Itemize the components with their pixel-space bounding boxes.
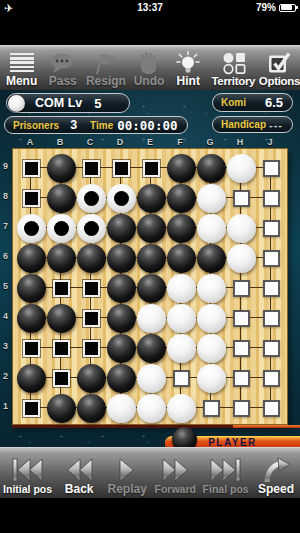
point-E1[interactable] (136, 393, 166, 423)
col-label-A: A (23, 137, 37, 147)
point-B1[interactable] (46, 393, 76, 423)
row-label-1: 1 (0, 401, 11, 411)
point-A5[interactable] (16, 273, 46, 303)
black-stone (77, 394, 106, 423)
point-J9[interactable] (256, 153, 286, 183)
black-territory-marker (23, 400, 40, 417)
black-stone (167, 154, 196, 183)
black-territory-marker (23, 160, 40, 177)
point-A3[interactable] (16, 333, 46, 363)
game-area: COM Lv 5 Komi 6.5 Prisoners 3 Time 00:00… (0, 90, 300, 447)
row-label-3: 3 (0, 341, 11, 351)
prisoners-value: 3 (70, 118, 77, 132)
point-A1[interactable] (16, 393, 46, 423)
black-territory-marker (53, 370, 70, 387)
col-label-J: J (263, 137, 277, 147)
black-stone (197, 154, 226, 183)
col-label-C: C (83, 137, 97, 147)
top-toolbar: Menu Pass Resign Undo (0, 45, 300, 90)
black-stone (17, 304, 46, 333)
options-button[interactable]: Options (259, 46, 300, 90)
status-bar: ✈ 13:37 79% (0, 0, 300, 15)
white-territory-marker (263, 160, 280, 177)
point-C1[interactable] (76, 393, 106, 423)
point-B2[interactable] (46, 363, 76, 393)
point-C5[interactable] (76, 273, 106, 303)
point-E3[interactable] (136, 333, 166, 363)
point-F6[interactable] (166, 243, 196, 273)
dead-white-stone (107, 184, 136, 213)
white-stone (167, 394, 196, 423)
komi-value: 6.5 (265, 95, 283, 110)
clock: 13:37 (84, 2, 216, 13)
black-territory-marker (83, 340, 100, 357)
point-J8[interactable] (256, 183, 286, 213)
black-stone (167, 184, 196, 213)
point-B3[interactable] (46, 333, 76, 363)
point-C3[interactable] (76, 333, 106, 363)
col-label-D: D (113, 137, 127, 147)
app-screen: ✈ 13:37 79% Menu Pass (0, 0, 300, 533)
point-G6[interactable] (196, 243, 226, 273)
black-stone (107, 364, 136, 393)
white-territory-marker (233, 280, 250, 297)
handicap-pill: Handicap --- (212, 116, 293, 133)
black-territory-marker (53, 340, 70, 357)
point-H1[interactable] (226, 393, 256, 423)
row-label-5: 5 (0, 281, 11, 291)
point-D5[interactable] (106, 273, 136, 303)
white-territory-marker (263, 400, 280, 417)
black-territory-marker (113, 160, 130, 177)
point-A9[interactable] (16, 153, 46, 183)
speed-button[interactable]: Speed (252, 448, 300, 498)
white-stone (167, 274, 196, 303)
point-A6[interactable] (16, 243, 46, 273)
white-stone (227, 244, 256, 273)
dead-marker (54, 221, 69, 236)
dead-marker (84, 221, 99, 236)
black-stone-turn-icon (172, 427, 197, 447)
point-J2[interactable] (256, 363, 286, 393)
play-icon (117, 448, 137, 483)
time-label: Time (90, 120, 113, 131)
black-territory-marker (23, 190, 40, 207)
white-stone (167, 334, 196, 363)
point-D3[interactable] (106, 333, 136, 363)
point-G7[interactable] (196, 213, 226, 243)
player-level: 5 (94, 96, 101, 111)
white-stone (167, 304, 196, 333)
point-F9[interactable] (166, 153, 196, 183)
player-label: COM Lv (35, 96, 82, 110)
black-stone (107, 304, 136, 333)
white-territory-marker (263, 280, 280, 297)
black-territory-marker (143, 160, 160, 177)
row-label-8: 8 (0, 191, 11, 201)
black-stone (167, 214, 196, 243)
point-F2[interactable] (166, 363, 196, 393)
hint-button[interactable]: Hint (169, 46, 208, 90)
point-B5[interactable] (46, 273, 76, 303)
white-territory-marker (233, 400, 250, 417)
lightbulb-icon (174, 46, 202, 75)
black-stone (17, 364, 46, 393)
row-label-9: 9 (0, 161, 11, 171)
banner-accent-strip (233, 425, 300, 428)
dead-white-stone (17, 214, 46, 243)
point-C9[interactable] (76, 153, 106, 183)
black-stone (17, 274, 46, 303)
point-D6[interactable] (106, 243, 136, 273)
black-stone (47, 184, 76, 213)
point-F7[interactable] (166, 213, 196, 243)
time-value: 00:00:00 (117, 118, 177, 133)
white-territory-marker (173, 370, 190, 387)
prisoners-label: Prisoners (13, 120, 59, 131)
handicap-value: --- (269, 119, 283, 131)
black-stone (197, 244, 226, 273)
white-territory-marker (263, 340, 280, 357)
point-D4[interactable] (106, 303, 136, 333)
white-stone (137, 304, 166, 333)
point-D2[interactable] (106, 363, 136, 393)
skip-to-end-icon (209, 448, 242, 483)
point-E2[interactable] (136, 363, 166, 393)
dead-white-stone (47, 214, 76, 243)
black-stone (107, 214, 136, 243)
white-stone (197, 334, 226, 363)
point-D8[interactable] (106, 183, 136, 213)
point-G1[interactable] (196, 393, 226, 423)
point-H3[interactable] (226, 333, 256, 363)
col-label-F: F (173, 137, 187, 147)
point-J3[interactable] (256, 333, 286, 363)
battery-icon (279, 4, 296, 12)
point-F5[interactable] (166, 273, 196, 303)
prisoners-time-pill: Prisoners 3 Time 00:00:00 (4, 116, 188, 134)
row-label-6: 6 (0, 251, 11, 261)
row-label-2: 2 (0, 371, 11, 381)
point-D9[interactable] (106, 153, 136, 183)
point-J1[interactable] (256, 393, 286, 423)
airplane-mode-icon: ✈ (4, 3, 13, 13)
dead-marker (24, 221, 39, 236)
black-territory-marker (23, 340, 40, 357)
point-J6[interactable] (256, 243, 286, 273)
komi-label: Komi (221, 97, 246, 108)
point-B8[interactable] (46, 183, 76, 213)
point-F3[interactable] (166, 333, 196, 363)
point-B9[interactable] (46, 153, 76, 183)
row-label-7: 7 (0, 221, 11, 231)
menu-icon (10, 46, 34, 75)
pass-button[interactable]: Pass (43, 46, 82, 90)
point-E9[interactable] (136, 153, 166, 183)
forward-button[interactable]: Forward (151, 448, 199, 498)
black-stone (107, 244, 136, 273)
white-stone (227, 154, 256, 183)
white-territory-marker (233, 310, 250, 327)
checkbox-icon (267, 46, 292, 75)
top-black-gap (0, 15, 300, 45)
point-H6[interactable] (226, 243, 256, 273)
black-stone (47, 394, 76, 423)
black-territory-marker (83, 160, 100, 177)
white-territory-marker (233, 340, 250, 357)
point-A7[interactable] (16, 213, 46, 243)
point-H2[interactable] (226, 363, 256, 393)
point-G3[interactable] (196, 333, 226, 363)
point-F4[interactable] (166, 303, 196, 333)
black-stone (17, 244, 46, 273)
white-stone-icon (8, 95, 25, 112)
point-B6[interactable] (46, 243, 76, 273)
white-stone (197, 214, 226, 243)
final-pos-button[interactable]: Final pos (199, 448, 252, 498)
hand-icon (138, 46, 160, 75)
black-stone (77, 364, 106, 393)
battery-percent: 79% (256, 2, 276, 13)
black-stone (137, 274, 166, 303)
point-H8[interactable] (226, 183, 256, 213)
black-stone (107, 334, 136, 363)
black-stone (137, 334, 166, 363)
point-H9[interactable] (226, 153, 256, 183)
white-stone (137, 364, 166, 393)
col-label-H: H (233, 137, 247, 147)
black-stone (47, 244, 76, 273)
undo-button[interactable]: Undo (129, 46, 168, 90)
white-territory-marker (263, 220, 280, 237)
point-E7[interactable] (136, 213, 166, 243)
point-A8[interactable] (16, 183, 46, 213)
dead-white-stone (77, 214, 106, 243)
black-territory-marker (83, 280, 100, 297)
handicap-label: Handicap (221, 119, 266, 130)
black-stone (167, 244, 196, 273)
rewind-icon (65, 448, 94, 483)
white-stone (227, 214, 256, 243)
territory-icon (221, 46, 246, 75)
go-board[interactable] (12, 148, 288, 425)
white-territory-marker (233, 370, 250, 387)
black-stone (77, 244, 106, 273)
point-D7[interactable] (106, 213, 136, 243)
white-stone (137, 394, 166, 423)
col-label-B: B (53, 137, 67, 147)
col-label-E: E (143, 137, 157, 147)
white-territory-marker (263, 190, 280, 207)
white-territory-marker (263, 310, 280, 327)
fast-forward-icon (161, 448, 190, 483)
white-stone (197, 274, 226, 303)
skip-to-start-icon (11, 448, 44, 483)
point-G2[interactable] (196, 363, 226, 393)
dead-white-stone (77, 184, 106, 213)
initial-pos-button[interactable]: Initial pos (0, 448, 55, 498)
point-H4[interactable] (226, 303, 256, 333)
point-E8[interactable] (136, 183, 166, 213)
point-E5[interactable] (136, 273, 166, 303)
white-stone (197, 364, 226, 393)
dead-marker (84, 191, 99, 206)
white-stone (107, 394, 136, 423)
row-label-4: 4 (0, 311, 11, 321)
black-stone (137, 184, 166, 213)
point-H5[interactable] (226, 273, 256, 303)
point-F8[interactable] (166, 183, 196, 213)
player-info-pill: COM Lv 5 (6, 93, 130, 113)
black-stone (107, 274, 136, 303)
point-G5[interactable] (196, 273, 226, 303)
dead-marker (114, 191, 129, 206)
point-C6[interactable] (76, 243, 106, 273)
point-D1[interactable] (106, 393, 136, 423)
white-stone (197, 184, 226, 213)
point-G8[interactable] (196, 183, 226, 213)
point-F1[interactable] (166, 393, 196, 423)
curved-arrow-icon (261, 448, 291, 483)
point-E4[interactable] (136, 303, 166, 333)
white-stone (197, 304, 226, 333)
point-J4[interactable] (256, 303, 286, 333)
komi-pill: Komi 6.5 (212, 93, 293, 112)
white-territory-marker (203, 400, 220, 417)
speech-bubble-icon (49, 46, 76, 75)
point-H7[interactable] (226, 213, 256, 243)
replay-button[interactable]: Replay (103, 448, 151, 498)
point-A2[interactable] (16, 363, 46, 393)
point-C2[interactable] (76, 363, 106, 393)
point-J7[interactable] (256, 213, 286, 243)
point-J5[interactable] (256, 273, 286, 303)
point-G4[interactable] (196, 303, 226, 333)
white-territory-marker (233, 190, 250, 207)
menu-button[interactable]: Menu (0, 46, 43, 90)
point-B4[interactable] (46, 303, 76, 333)
back-button[interactable]: Back (55, 448, 103, 498)
black-territory-marker (83, 310, 100, 327)
col-label-G: G (203, 137, 217, 147)
point-C7[interactable] (76, 213, 106, 243)
point-C4[interactable] (76, 303, 106, 333)
white-territory-marker (263, 250, 280, 267)
flag-icon (93, 46, 118, 75)
black-stone (47, 304, 76, 333)
point-A4[interactable] (16, 303, 46, 333)
point-E6[interactable] (136, 243, 166, 273)
black-territory-marker (53, 280, 70, 297)
black-stone (137, 214, 166, 243)
black-stone (137, 244, 166, 273)
bottom-toolbar: Initial pos Back Replay Forward (0, 447, 300, 498)
territory-button[interactable]: Territory (208, 46, 259, 90)
black-stone (47, 154, 76, 183)
resign-button[interactable]: Resign (82, 46, 129, 90)
point-C8[interactable] (76, 183, 106, 213)
point-G9[interactable] (196, 153, 226, 183)
point-B7[interactable] (46, 213, 76, 243)
white-territory-marker (263, 370, 280, 387)
bottom-black-bar (0, 498, 300, 533)
